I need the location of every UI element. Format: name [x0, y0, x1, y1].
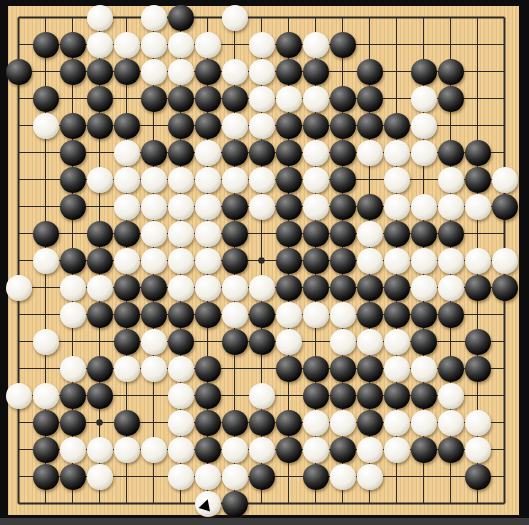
stone-white: [195, 140, 221, 166]
stone-white: [276, 329, 302, 355]
stone-black: [141, 86, 167, 112]
stone-black: [60, 167, 86, 193]
stone-white: [141, 167, 167, 193]
stone-black: [6, 59, 32, 85]
stone-white: [141, 329, 167, 355]
stone-white: [33, 383, 59, 409]
stone-white: [60, 302, 86, 328]
stone-black: [330, 356, 356, 382]
stone-black: [330, 167, 356, 193]
stone-white: [249, 383, 275, 409]
stone-black: [114, 113, 140, 139]
stone-black: [168, 329, 194, 355]
stone-white: [222, 275, 248, 301]
stone-white: [168, 410, 194, 436]
stone-white: [276, 86, 302, 112]
stone-black: [303, 248, 329, 274]
stone-white: [114, 437, 140, 463]
stone-white: [195, 275, 221, 301]
stone-black: [195, 356, 221, 382]
stone-white: [249, 194, 275, 220]
stone-black: [87, 59, 113, 85]
stone-black: [195, 86, 221, 112]
stone-white: [33, 113, 59, 139]
stone-white: [141, 221, 167, 247]
stone-black: [276, 113, 302, 139]
stone-white: [249, 32, 275, 58]
stone-white: [303, 32, 329, 58]
stone-black: [249, 464, 275, 490]
stone-white: [195, 194, 221, 220]
stone-black: [384, 113, 410, 139]
stone-black: [303, 113, 329, 139]
stone-black: [141, 302, 167, 328]
stone-black: [114, 302, 140, 328]
stone-white: [249, 437, 275, 463]
stone-black: [465, 464, 491, 490]
stone-black: [141, 140, 167, 166]
stone-white: [222, 302, 248, 328]
stone-white: [195, 32, 221, 58]
stone-black: [357, 302, 383, 328]
stone-white: [249, 86, 275, 112]
stone-black: [249, 410, 275, 436]
stone-white: [384, 410, 410, 436]
stone-black: [249, 302, 275, 328]
stone-white: [357, 221, 383, 247]
stone-black: [33, 437, 59, 463]
stone-white: [87, 464, 113, 490]
stone-black: [357, 194, 383, 220]
stone-black: [492, 275, 518, 301]
stone-white: [60, 437, 86, 463]
stone-white: [249, 275, 275, 301]
stone-black: [330, 86, 356, 112]
stone-white: [222, 5, 248, 31]
stone-white: [303, 410, 329, 436]
stone-black: [411, 437, 437, 463]
stone-black: [114, 329, 140, 355]
stone-white: [168, 464, 194, 490]
last-move-marker: [198, 497, 213, 511]
stone-white: [249, 113, 275, 139]
stone-black: [33, 32, 59, 58]
stone-black: [222, 491, 248, 517]
stone-white: [114, 356, 140, 382]
stone-black: [384, 275, 410, 301]
stone-black: [276, 356, 302, 382]
stone-black: [276, 59, 302, 85]
stone-black: [87, 302, 113, 328]
stone-white: [384, 329, 410, 355]
stone-black: [60, 194, 86, 220]
stone-black: [330, 275, 356, 301]
stone-black: [114, 410, 140, 436]
stone-white: [438, 248, 464, 274]
stone-black: [195, 410, 221, 436]
stone-black: [330, 140, 356, 166]
window-bottom-strip: [0, 518, 529, 525]
stone-black: [357, 275, 383, 301]
stone-black: [276, 140, 302, 166]
stone-white: [6, 383, 32, 409]
stone-white: [411, 113, 437, 139]
stone-black: [303, 383, 329, 409]
stone-white: [195, 491, 221, 517]
stone-black: [276, 194, 302, 220]
stone-black: [438, 140, 464, 166]
stone-white: [357, 437, 383, 463]
stone-white: [168, 383, 194, 409]
stone-white: [303, 140, 329, 166]
stone-white: [384, 248, 410, 274]
stone-black: [276, 275, 302, 301]
stone-white: [87, 275, 113, 301]
stone-black: [222, 329, 248, 355]
stone-black: [195, 302, 221, 328]
star-point: [258, 257, 264, 263]
stone-black: [330, 383, 356, 409]
stone-black: [357, 356, 383, 382]
stone-white: [141, 59, 167, 85]
stone-white: [492, 167, 518, 193]
stone-black: [465, 329, 491, 355]
stone-black: [195, 113, 221, 139]
stone-white: [465, 248, 491, 274]
stone-white: [87, 5, 113, 31]
stone-black: [60, 59, 86, 85]
stone-white: [303, 437, 329, 463]
stone-black: [87, 221, 113, 247]
stone-black: [411, 383, 437, 409]
stone-white: [465, 410, 491, 436]
stone-black: [330, 221, 356, 247]
stone-white: [357, 248, 383, 274]
stone-white: [168, 437, 194, 463]
stone-white: [6, 275, 32, 301]
stone-white: [384, 356, 410, 382]
stone-white: [114, 167, 140, 193]
screenshot-frame: [0, 0, 529, 525]
stone-black: [249, 140, 275, 166]
stone-black: [60, 383, 86, 409]
stone-black: [384, 383, 410, 409]
stone-white: [438, 383, 464, 409]
stone-white: [276, 302, 302, 328]
stone-white: [330, 410, 356, 436]
stone-black: [33, 86, 59, 112]
stone-white: [222, 167, 248, 193]
stone-white: [411, 275, 437, 301]
stone-white: [141, 32, 167, 58]
stone-white: [438, 167, 464, 193]
stone-white: [114, 32, 140, 58]
stone-white: [384, 437, 410, 463]
star-point: [96, 419, 102, 425]
stone-white: [141, 194, 167, 220]
stone-black: [60, 113, 86, 139]
stone-white: [222, 464, 248, 490]
stone-white: [411, 410, 437, 436]
stone-black: [303, 356, 329, 382]
stone-white: [195, 221, 221, 247]
stone-black: [249, 329, 275, 355]
stone-white: [141, 356, 167, 382]
stone-white: [168, 194, 194, 220]
stone-white: [141, 5, 167, 31]
stone-black: [465, 140, 491, 166]
stone-black: [276, 32, 302, 58]
stone-black: [168, 302, 194, 328]
stone-black: [168, 113, 194, 139]
stone-black: [168, 86, 194, 112]
stone-white: [168, 275, 194, 301]
stone-white: [114, 140, 140, 166]
stone-black: [465, 356, 491, 382]
stone-white: [249, 59, 275, 85]
go-board[interactable]: [8, 6, 519, 515]
stone-white: [168, 248, 194, 274]
stone-white: [87, 32, 113, 58]
stone-black: [195, 383, 221, 409]
stone-black: [114, 59, 140, 85]
stone-black: [276, 167, 302, 193]
stone-black: [330, 437, 356, 463]
stone-white: [141, 437, 167, 463]
stone-black: [438, 302, 464, 328]
stone-black: [438, 221, 464, 247]
stone-black: [168, 5, 194, 31]
stone-black: [411, 302, 437, 328]
stone-black: [438, 356, 464, 382]
stone-white: [384, 167, 410, 193]
stone-black: [411, 329, 437, 355]
stone-white: [411, 86, 437, 112]
stone-white: [357, 329, 383, 355]
stone-white: [168, 356, 194, 382]
stone-black: [330, 32, 356, 58]
stone-black: [222, 221, 248, 247]
stone-white: [330, 464, 356, 490]
stone-black: [87, 383, 113, 409]
stone-white: [168, 221, 194, 247]
stone-white: [195, 248, 221, 274]
stone-black: [357, 59, 383, 85]
stone-black: [276, 437, 302, 463]
stone-black: [168, 140, 194, 166]
stone-black: [438, 86, 464, 112]
stone-white: [303, 194, 329, 220]
stone-white: [33, 329, 59, 355]
stone-white: [411, 194, 437, 220]
stone-black: [87, 113, 113, 139]
stone-white: [168, 59, 194, 85]
stone-black: [222, 410, 248, 436]
stone-white: [249, 167, 275, 193]
stone-black: [357, 113, 383, 139]
stone-black: [276, 248, 302, 274]
stone-white: [195, 464, 221, 490]
stone-white: [87, 167, 113, 193]
stone-white: [438, 275, 464, 301]
stone-black: [411, 59, 437, 85]
stone-black: [222, 86, 248, 112]
stone-white: [384, 140, 410, 166]
stone-white: [60, 275, 86, 301]
stone-white: [330, 329, 356, 355]
stone-white: [465, 194, 491, 220]
stone-white: [357, 140, 383, 166]
stone-black: [114, 275, 140, 301]
stone-black: [60, 248, 86, 274]
stone-white: [222, 59, 248, 85]
stone-white: [222, 437, 248, 463]
stone-black: [33, 221, 59, 247]
stone-black: [303, 464, 329, 490]
stone-black: [195, 437, 221, 463]
stone-black: [141, 275, 167, 301]
stone-black: [60, 140, 86, 166]
stone-black: [222, 248, 248, 274]
stone-black: [438, 437, 464, 463]
stone-black: [276, 410, 302, 436]
stone-white: [465, 437, 491, 463]
stone-white: [141, 248, 167, 274]
stone-black: [330, 248, 356, 274]
stone-white: [411, 356, 437, 382]
stone-black: [60, 32, 86, 58]
stone-white: [168, 167, 194, 193]
stone-white: [168, 32, 194, 58]
stone-black: [276, 221, 302, 247]
stone-black: [60, 464, 86, 490]
stone-black: [384, 221, 410, 247]
stone-white: [411, 248, 437, 274]
stone-white: [303, 86, 329, 112]
stone-black: [222, 194, 248, 220]
stone-black: [222, 140, 248, 166]
stone-black: [357, 383, 383, 409]
stone-white: [384, 194, 410, 220]
stone-white: [492, 248, 518, 274]
stone-black: [465, 275, 491, 301]
stone-white: [87, 437, 113, 463]
stone-black: [357, 410, 383, 436]
stone-white: [438, 410, 464, 436]
stone-white: [411, 140, 437, 166]
stone-black: [87, 86, 113, 112]
stone-black: [114, 221, 140, 247]
stone-black: [303, 221, 329, 247]
stone-white: [33, 248, 59, 274]
stone-white: [438, 194, 464, 220]
stone-white: [114, 248, 140, 274]
stone-white: [303, 302, 329, 328]
stone-black: [60, 410, 86, 436]
stone-black: [384, 302, 410, 328]
stone-black: [33, 410, 59, 436]
stone-black: [357, 86, 383, 112]
stone-black: [87, 356, 113, 382]
stone-black: [438, 59, 464, 85]
stone-black: [87, 248, 113, 274]
stone-white: [195, 167, 221, 193]
stone-black: [411, 221, 437, 247]
stone-white: [303, 167, 329, 193]
stone-black: [465, 167, 491, 193]
stone-white: [60, 356, 86, 382]
stone-black: [303, 275, 329, 301]
stone-black: [33, 464, 59, 490]
stone-black: [330, 113, 356, 139]
stone-black: [303, 59, 329, 85]
stone-black: [492, 194, 518, 220]
stone-white: [114, 194, 140, 220]
stone-black: [195, 59, 221, 85]
stone-white: [330, 302, 356, 328]
stone-white: [222, 113, 248, 139]
stone-black: [330, 194, 356, 220]
stone-white: [357, 464, 383, 490]
